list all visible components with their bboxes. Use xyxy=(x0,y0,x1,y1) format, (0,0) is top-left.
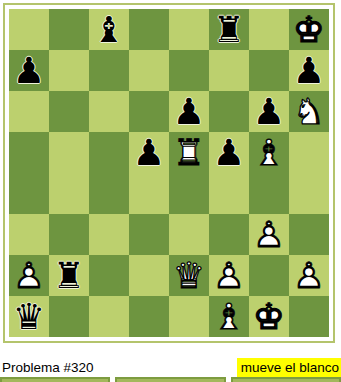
square-b5 xyxy=(49,132,89,173)
square-g3: ♟♙ xyxy=(249,214,289,255)
white-p-piece-a2: ♟ xyxy=(9,255,49,296)
white-k-piece-h8: ♚ xyxy=(289,9,329,50)
square-f5: ♟ xyxy=(209,132,249,173)
square-g6: ♟ xyxy=(249,91,289,132)
square-h1 xyxy=(289,296,329,337)
square-c4 xyxy=(89,173,129,214)
square-b3 xyxy=(49,214,89,255)
square-h5 xyxy=(289,132,329,173)
turn-indicator: mueve el blanco xyxy=(237,358,341,378)
square-e6: ♟ xyxy=(169,91,209,132)
square-e5: ♜♖ xyxy=(169,132,209,173)
white-piece-detail-g1: ♔ xyxy=(249,296,289,337)
white-r-piece-e5: ♜ xyxy=(169,132,209,173)
bottom-frame-fragment-3 xyxy=(231,377,341,382)
white-piece-detail-e2: ♕ xyxy=(169,255,209,296)
square-f1: ♝♗ xyxy=(209,296,249,337)
square-c8: ♝ xyxy=(89,9,129,50)
white-b-piece-f1: ♝ xyxy=(209,296,249,337)
black-q-piece-a1: ♛ xyxy=(9,296,49,337)
square-a4 xyxy=(9,173,49,214)
square-f8: ♜ xyxy=(209,9,249,50)
white-piece-detail-a2: ♙ xyxy=(9,255,49,296)
square-a8 xyxy=(9,9,49,50)
square-e7 xyxy=(169,50,209,91)
white-q-piece-e2: ♛ xyxy=(169,255,209,296)
square-b1 xyxy=(49,296,89,337)
square-d8 xyxy=(129,9,169,50)
square-b6 xyxy=(49,91,89,132)
square-g2 xyxy=(249,255,289,296)
square-g1: ♚♔ xyxy=(249,296,289,337)
square-e3 xyxy=(169,214,209,255)
black-p-piece-f5: ♟ xyxy=(209,132,249,173)
white-p-piece-h2: ♟ xyxy=(289,255,329,296)
square-b4 xyxy=(49,173,89,214)
square-e2: ♛♕ xyxy=(169,255,209,296)
square-g8 xyxy=(249,9,289,50)
square-g5: ♝♗ xyxy=(249,132,289,173)
square-h2: ♟♙ xyxy=(289,255,329,296)
square-a2: ♟♙ xyxy=(9,255,49,296)
square-d7 xyxy=(129,50,169,91)
square-h4 xyxy=(289,173,329,214)
square-h7: ♟ xyxy=(289,50,329,91)
square-g7 xyxy=(249,50,289,91)
square-h6: ♞♘ xyxy=(289,91,329,132)
white-piece-detail-g3: ♙ xyxy=(249,214,289,255)
square-c6 xyxy=(89,91,129,132)
square-f4 xyxy=(209,173,249,214)
square-e8 xyxy=(169,9,209,50)
square-a7: ♟ xyxy=(9,50,49,91)
square-d2 xyxy=(129,255,169,296)
white-piece-detail-h8: ♔ xyxy=(289,9,329,50)
white-piece-detail-f1: ♗ xyxy=(209,296,249,337)
square-e1 xyxy=(169,296,209,337)
square-f6 xyxy=(209,91,249,132)
chess-board[interactable]: ♝♜♚♔♟♟♟♟♞♘♟♜♖♟♝♗♟♙♟♙♜♛♕♟♙♟♙♛♝♗♚♔ xyxy=(9,9,329,337)
black-p-piece-a7: ♟ xyxy=(9,50,49,91)
white-piece-detail-h2: ♙ xyxy=(289,255,329,296)
white-b-piece-g5: ♝ xyxy=(249,132,289,173)
square-c3 xyxy=(89,214,129,255)
square-e4 xyxy=(169,173,209,214)
bottom-frame-fragment-1 xyxy=(0,377,110,382)
board-outer-frame: ♝♜♚♔♟♟♟♟♞♘♟♜♖♟♝♗♟♙♟♙♜♛♕♟♙♟♙♛♝♗♚♔ xyxy=(3,3,335,343)
white-piece-detail-h6: ♘ xyxy=(289,91,329,132)
square-f7 xyxy=(209,50,249,91)
problem-title: Problema #320 xyxy=(2,360,94,375)
black-p-piece-e6: ♟ xyxy=(169,91,209,132)
square-d6 xyxy=(129,91,169,132)
black-b-piece-c8: ♝ xyxy=(89,9,129,50)
white-k-piece-g1: ♚ xyxy=(249,296,289,337)
white-n-piece-h6: ♞ xyxy=(289,91,329,132)
square-c5 xyxy=(89,132,129,173)
square-c2 xyxy=(89,255,129,296)
square-d5: ♟ xyxy=(129,132,169,173)
square-a1: ♛ xyxy=(9,296,49,337)
black-p-piece-d5: ♟ xyxy=(129,132,169,173)
white-piece-detail-e5: ♖ xyxy=(169,132,209,173)
square-b7 xyxy=(49,50,89,91)
square-h8: ♚♔ xyxy=(289,9,329,50)
square-c7 xyxy=(89,50,129,91)
square-f2: ♟♙ xyxy=(209,255,249,296)
black-p-piece-g6: ♟ xyxy=(249,91,289,132)
square-b2: ♜ xyxy=(49,255,89,296)
square-b8 xyxy=(49,9,89,50)
square-d3 xyxy=(129,214,169,255)
black-p-piece-h7: ♟ xyxy=(289,50,329,91)
black-r-piece-b2: ♜ xyxy=(49,255,89,296)
square-a6 xyxy=(9,91,49,132)
white-p-piece-g3: ♟ xyxy=(249,214,289,255)
square-d4 xyxy=(129,173,169,214)
square-h3 xyxy=(289,214,329,255)
caption-row: Problema #320 mueve el blanco xyxy=(0,356,341,378)
square-a5 xyxy=(9,132,49,173)
white-piece-detail-g5: ♗ xyxy=(249,132,289,173)
square-d1 xyxy=(129,296,169,337)
square-a3 xyxy=(9,214,49,255)
square-g4 xyxy=(249,173,289,214)
white-p-piece-f2: ♟ xyxy=(209,255,249,296)
white-piece-detail-f2: ♙ xyxy=(209,255,249,296)
chess-problem-widget: ♝♜♚♔♟♟♟♟♞♘♟♜♖♟♝♗♟♙♟♙♜♛♕♟♙♟♙♛♝♗♚♔ Problem… xyxy=(0,0,341,382)
black-r-piece-f8: ♜ xyxy=(209,9,249,50)
square-c1 xyxy=(89,296,129,337)
bottom-frame-fragment-2 xyxy=(115,377,226,382)
square-f3 xyxy=(209,214,249,255)
